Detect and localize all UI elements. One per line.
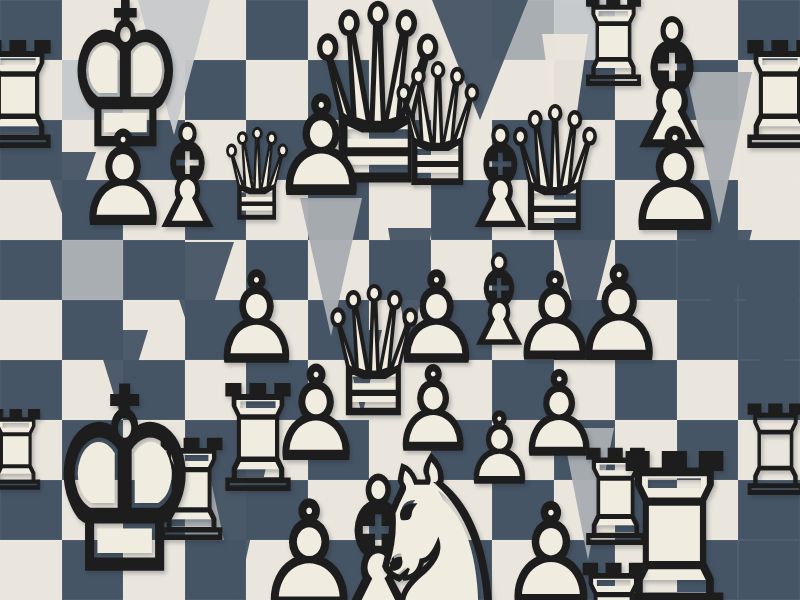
pawn-outline-glyph: ♙ <box>622 111 729 251</box>
king-glyph-wrap: ♚♔ <box>48 356 201 600</box>
bishop-outline-glyph: ♗ <box>140 106 235 248</box>
piece-rook-j1[interactable]: ♜♖ <box>494 548 734 600</box>
chess-illustration: ♜♖♚♔♟♙♝♗♛♕♟♙♛♕♛♕♝♗♛♕♜♖♝♗♟♙♜♖♟♙♛♕♟♙♝♗♟♙♟♙… <box>0 0 800 600</box>
rook-outline-glyph: ♖ <box>566 548 662 600</box>
piece-bishop-d8[interactable]: ♝♗ <box>68 106 308 248</box>
square-a6[interactable] <box>0 240 62 300</box>
king-outline-glyph: ♔ <box>48 356 201 600</box>
rook-glyph-wrap: ♜♖ <box>566 548 662 600</box>
piece-pawn-k7[interactable]: ♟♙ <box>555 111 795 251</box>
bishop-glyph-wrap: ♝♗ <box>140 106 235 248</box>
pawn-glyph-wrap: ♟♙ <box>622 111 729 251</box>
